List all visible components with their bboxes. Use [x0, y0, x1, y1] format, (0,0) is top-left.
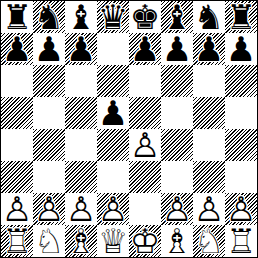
white-pawn-halo: ♟: [129, 129, 161, 161]
black-pawn-icon: ♟: [225, 33, 257, 65]
square-a1[interactable]: ♜♖: [1, 225, 33, 257]
square-b5[interactable]: [33, 97, 65, 129]
square-e4[interactable]: ♟♙: [129, 129, 161, 161]
square-e1[interactable]: ♚♔: [129, 225, 161, 257]
square-h3[interactable]: [225, 161, 257, 193]
white-pawn-icon: ♙: [65, 193, 97, 225]
square-f3[interactable]: [161, 161, 193, 193]
square-c5[interactable]: [65, 97, 97, 129]
square-d4[interactable]: [97, 129, 129, 161]
black-rook-icon: ♜: [225, 1, 257, 33]
white-bishop-halo: ♝: [65, 225, 97, 257]
square-c7[interactable]: ♟♟: [65, 33, 97, 65]
square-a2[interactable]: ♟♙: [1, 193, 33, 225]
square-e8[interactable]: ♚♚: [129, 1, 161, 33]
black-pawn-icon: ♟: [1, 33, 33, 65]
square-e6[interactable]: [129, 65, 161, 97]
black-pawn-halo: ♟: [97, 97, 129, 129]
square-e3[interactable]: [129, 161, 161, 193]
square-g4[interactable]: [193, 129, 225, 161]
square-d1[interactable]: ♛♕: [97, 225, 129, 257]
square-h1[interactable]: ♜♖: [225, 225, 257, 257]
square-a7[interactable]: ♟♟: [1, 33, 33, 65]
square-f2[interactable]: ♟♙: [161, 193, 193, 225]
black-bishop-halo: ♝: [161, 1, 193, 33]
white-knight-icon: ♘: [193, 225, 225, 257]
square-a6[interactable]: [1, 65, 33, 97]
square-g1[interactable]: ♞♘: [193, 225, 225, 257]
square-e2[interactable]: [129, 193, 161, 225]
square-h2[interactable]: ♟♙: [225, 193, 257, 225]
square-a5[interactable]: [1, 97, 33, 129]
black-knight-icon: ♞: [193, 1, 225, 33]
white-pawn-icon: ♙: [1, 193, 33, 225]
square-b4[interactable]: [33, 129, 65, 161]
square-d7[interactable]: [97, 33, 129, 65]
square-b3[interactable]: [33, 161, 65, 193]
white-pawn-icon: ♙: [193, 193, 225, 225]
black-pawn-icon: ♟: [97, 97, 129, 129]
black-king-halo: ♚: [129, 1, 161, 33]
square-h4[interactable]: [225, 129, 257, 161]
black-pawn-halo: ♟: [33, 33, 65, 65]
white-rook-halo: ♜: [1, 225, 33, 257]
black-pawn-halo: ♟: [129, 33, 161, 65]
white-pawn-icon: ♙: [225, 193, 257, 225]
black-king-icon: ♚: [129, 1, 161, 33]
white-queen-icon: ♕: [97, 225, 129, 257]
white-bishop-icon: ♗: [65, 225, 97, 257]
black-knight-halo: ♞: [33, 1, 65, 33]
white-king-halo: ♚: [129, 225, 161, 257]
square-g5[interactable]: [193, 97, 225, 129]
square-c4[interactable]: [65, 129, 97, 161]
white-pawn-icon: ♙: [161, 193, 193, 225]
black-rook-halo: ♜: [225, 1, 257, 33]
black-pawn-icon: ♟: [129, 33, 161, 65]
black-knight-halo: ♞: [193, 1, 225, 33]
square-b8[interactable]: ♞♞: [33, 1, 65, 33]
square-b1[interactable]: ♞♘: [33, 225, 65, 257]
black-bishop-halo: ♝: [65, 1, 97, 33]
white-rook-icon: ♖: [225, 225, 257, 257]
black-pawn-halo: ♟: [65, 33, 97, 65]
white-rook-icon: ♖: [1, 225, 33, 257]
square-c2[interactable]: ♟♙: [65, 193, 97, 225]
square-g6[interactable]: [193, 65, 225, 97]
black-queen-halo: ♛: [97, 1, 129, 33]
black-pawn-halo: ♟: [225, 33, 257, 65]
square-a8[interactable]: ♜♜: [1, 1, 33, 33]
black-pawn-icon: ♟: [65, 33, 97, 65]
square-f5[interactable]: [161, 97, 193, 129]
square-f4[interactable]: [161, 129, 193, 161]
white-queen-halo: ♛: [97, 225, 129, 257]
black-bishop-icon: ♝: [65, 1, 97, 33]
white-pawn-icon: ♙: [129, 129, 161, 161]
white-king-icon: ♔: [129, 225, 161, 257]
chess-board: ♜♜♞♞♝♝♛♛♚♚♝♝♞♞♜♜♟♟♟♟♟♟♟♟♟♟♟♟♟♟♟♟♟♙♟♙♟♙♟♙…: [1, 1, 257, 257]
white-bishop-halo: ♝: [161, 225, 193, 257]
square-e5[interactable]: [129, 97, 161, 129]
square-d6[interactable]: [97, 65, 129, 97]
black-pawn-icon: ♟: [33, 33, 65, 65]
black-rook-halo: ♜: [1, 1, 33, 33]
square-g3[interactable]: [193, 161, 225, 193]
white-pawn-halo: ♟: [97, 193, 129, 225]
square-d2[interactable]: ♟♙: [97, 193, 129, 225]
chess-board-frame: ♜♜♞♞♝♝♛♛♚♚♝♝♞♞♜♜♟♟♟♟♟♟♟♟♟♟♟♟♟♟♟♟♟♙♟♙♟♙♟♙…: [0, 0, 258, 258]
black-knight-icon: ♞: [33, 1, 65, 33]
square-g2[interactable]: ♟♙: [193, 193, 225, 225]
black-pawn-icon: ♟: [193, 33, 225, 65]
black-queen-icon: ♛: [97, 1, 129, 33]
white-knight-icon: ♘: [33, 225, 65, 257]
square-f6[interactable]: [161, 65, 193, 97]
white-pawn-halo: ♟: [33, 193, 65, 225]
square-h5[interactable]: [225, 97, 257, 129]
square-d3[interactable]: [97, 161, 129, 193]
square-d8[interactable]: ♛♛: [97, 1, 129, 33]
square-g8[interactable]: ♞♞: [193, 1, 225, 33]
white-rook-halo: ♜: [225, 225, 257, 257]
white-knight-halo: ♞: [193, 225, 225, 257]
square-c8[interactable]: ♝♝: [65, 1, 97, 33]
square-a4[interactable]: [1, 129, 33, 161]
square-h7[interactable]: ♟♟: [225, 33, 257, 65]
square-c1[interactable]: ♝♗: [65, 225, 97, 257]
square-g7[interactable]: ♟♟: [193, 33, 225, 65]
white-pawn-icon: ♙: [33, 193, 65, 225]
black-pawn-halo: ♟: [1, 33, 33, 65]
white-pawn-halo: ♟: [161, 193, 193, 225]
square-b7[interactable]: ♟♟: [33, 33, 65, 65]
black-pawn-halo: ♟: [193, 33, 225, 65]
square-b6[interactable]: [33, 65, 65, 97]
square-e7[interactable]: ♟♟: [129, 33, 161, 65]
white-pawn-halo: ♟: [193, 193, 225, 225]
black-rook-icon: ♜: [1, 1, 33, 33]
square-f7[interactable]: ♟♟: [161, 33, 193, 65]
square-a3[interactable]: [1, 161, 33, 193]
square-f1[interactable]: ♝♗: [161, 225, 193, 257]
square-c6[interactable]: [65, 65, 97, 97]
black-pawn-icon: ♟: [161, 33, 193, 65]
black-pawn-halo: ♟: [161, 33, 193, 65]
black-bishop-icon: ♝: [161, 1, 193, 33]
square-c3[interactable]: [65, 161, 97, 193]
square-h6[interactable]: [225, 65, 257, 97]
white-pawn-halo: ♟: [225, 193, 257, 225]
white-bishop-icon: ♗: [161, 225, 193, 257]
square-f8[interactable]: ♝♝: [161, 1, 193, 33]
white-knight-halo: ♞: [33, 225, 65, 257]
square-d5[interactable]: ♟♟: [97, 97, 129, 129]
white-pawn-halo: ♟: [1, 193, 33, 225]
square-h8[interactable]: ♜♜: [225, 1, 257, 33]
white-pawn-icon: ♙: [97, 193, 129, 225]
white-pawn-halo: ♟: [65, 193, 97, 225]
square-b2[interactable]: ♟♙: [33, 193, 65, 225]
